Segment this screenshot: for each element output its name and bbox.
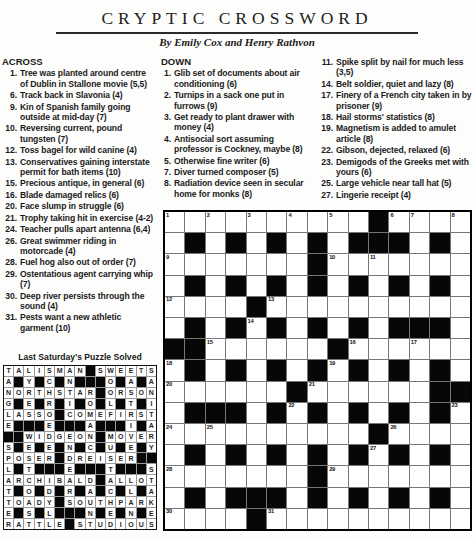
clue-number: 22. xyxy=(318,145,333,155)
black-cell xyxy=(308,466,327,486)
grid-cell[interactable] xyxy=(247,360,266,380)
solved-letter-cell: C xyxy=(45,377,54,387)
clue-text: Face slump in struggle (6) xyxy=(20,201,155,211)
grid-cell[interactable]: 30 xyxy=(165,509,184,529)
black-cell xyxy=(369,233,388,253)
cell-number: 11 xyxy=(370,254,376,260)
solved-letter-cell: H xyxy=(106,497,115,507)
solved-letter-cell: Y xyxy=(24,377,33,387)
cell-number: 21 xyxy=(309,381,315,387)
grid-cell[interactable] xyxy=(247,424,266,444)
black-cell xyxy=(96,475,105,485)
grid-cell[interactable] xyxy=(410,276,429,296)
solved-letter-cell: L xyxy=(126,486,135,496)
clue-text: Get ready to plant drawer with money (4) xyxy=(174,112,314,133)
grid-cell[interactable]: 27 xyxy=(369,445,388,465)
grid-cell[interactable]: 16 xyxy=(349,339,368,359)
black-cell xyxy=(96,377,105,387)
grid-cell[interactable] xyxy=(430,339,449,359)
grid-cell[interactable] xyxy=(430,254,449,274)
black-cell xyxy=(14,421,23,431)
grid-cell[interactable]: 13 xyxy=(267,297,286,317)
grid-cell[interactable] xyxy=(308,297,327,317)
grid-cell[interactable] xyxy=(247,403,266,423)
grid-cell[interactable] xyxy=(267,424,286,444)
solved-letter-cell: T xyxy=(96,497,105,507)
black-cell xyxy=(389,276,408,296)
solved-letter-cell: L xyxy=(126,475,135,485)
grid-cell[interactable]: 20 xyxy=(165,382,184,402)
grid-cell[interactable]: 11 xyxy=(369,254,388,274)
clue-number: 11. xyxy=(318,57,333,78)
grid-cell[interactable] xyxy=(410,509,429,529)
grid-cell[interactable] xyxy=(328,297,347,317)
grid-cell[interactable] xyxy=(410,424,429,444)
grid-cell[interactable] xyxy=(247,445,266,465)
grid-cell[interactable] xyxy=(349,382,368,402)
grid-cell[interactable] xyxy=(349,297,368,317)
grid-cell[interactable] xyxy=(389,509,408,529)
clue-text: Trophy taking hit in exercise (4-2) xyxy=(20,213,155,223)
grid-cell[interactable] xyxy=(328,318,347,338)
grid-cell[interactable] xyxy=(226,212,245,232)
grid-cell[interactable] xyxy=(369,297,388,317)
solved-letter-cell: O xyxy=(106,377,115,387)
black-cell xyxy=(226,403,245,423)
black-cell xyxy=(389,233,408,253)
grid-cell[interactable] xyxy=(349,254,368,274)
clue-number: 6. xyxy=(2,90,17,100)
grid-cell[interactable] xyxy=(349,509,368,529)
solved-letter-cell: C xyxy=(106,486,115,496)
black-cell xyxy=(14,432,23,442)
grid-cell[interactable] xyxy=(287,276,306,296)
grid-cell[interactable] xyxy=(247,233,266,253)
clue-text: Toss bagel for wild canine (4) xyxy=(20,145,155,155)
grid-cell[interactable]: 6 xyxy=(389,212,408,232)
grid-cell[interactable] xyxy=(328,403,347,423)
grid-cell[interactable] xyxy=(308,212,327,232)
grid-cell[interactable] xyxy=(389,297,408,317)
black-cell xyxy=(116,486,125,496)
grid-cell[interactable] xyxy=(226,466,245,486)
black-cell xyxy=(14,464,23,474)
clue: 13.Conservatives gaining interstate perm… xyxy=(2,157,155,178)
black-cell xyxy=(137,443,146,453)
grid-cell[interactable] xyxy=(185,254,204,274)
grid-cell[interactable] xyxy=(328,276,347,296)
black-cell xyxy=(55,453,64,463)
grid-cell[interactable] xyxy=(185,382,204,402)
solved-letter-cell: D xyxy=(45,486,54,496)
grid-cell[interactable] xyxy=(430,212,449,232)
grid-cell[interactable] xyxy=(369,509,388,529)
solved-letter-cell: S xyxy=(106,453,115,463)
clue-text: Lingerie receipt (4) xyxy=(336,190,472,200)
black-cell xyxy=(308,360,327,380)
grid-cell[interactable] xyxy=(165,276,184,296)
solved-letter-cell: I xyxy=(116,410,125,420)
black-cell xyxy=(267,233,286,253)
solved-letter-cell: N xyxy=(147,388,156,398)
black-cell xyxy=(349,488,368,508)
clue-number: 1. xyxy=(161,68,171,89)
grid-cell[interactable] xyxy=(410,488,429,508)
grid-cell[interactable] xyxy=(451,488,470,508)
grid-cell[interactable] xyxy=(206,318,225,338)
solved-letter-cell: N xyxy=(86,508,95,518)
cell-number: 6 xyxy=(390,212,393,218)
black-cell xyxy=(75,486,84,496)
black-cell xyxy=(147,453,156,463)
grid-cell[interactable] xyxy=(267,254,286,274)
clue-number: 8. xyxy=(161,178,171,199)
solved-letter-cell: S xyxy=(45,366,54,376)
grid-cell[interactable] xyxy=(369,466,388,486)
black-cell xyxy=(389,360,408,380)
black-cell xyxy=(75,399,84,409)
grid-cell[interactable] xyxy=(165,488,184,508)
grid-cell[interactable] xyxy=(287,488,306,508)
grid-cell[interactable] xyxy=(247,254,266,274)
grid-cell[interactable] xyxy=(430,297,449,317)
grid-cell[interactable] xyxy=(451,233,470,253)
clue: 5.Otherwise fine writer (6) xyxy=(161,156,314,166)
grid-cell[interactable] xyxy=(451,466,470,486)
solved-letter-cell: L xyxy=(106,399,115,409)
grid-cell[interactable] xyxy=(206,254,225,274)
grid-cell[interactable] xyxy=(226,382,245,402)
black-cell xyxy=(389,445,408,465)
grid-cell[interactable] xyxy=(287,339,306,359)
clue-text: Demigods of the Greeks met with yours (6… xyxy=(336,157,472,178)
grid-cell[interactable] xyxy=(226,509,245,529)
clue-text: Track back in Slavonia (4) xyxy=(20,90,155,100)
black-cell xyxy=(185,318,204,338)
grid-cell[interactable] xyxy=(451,276,470,296)
grid-cell[interactable] xyxy=(451,445,470,465)
cell-number: 16 xyxy=(350,339,356,345)
solved-letter-cell: S xyxy=(137,410,146,420)
black-cell xyxy=(116,399,125,409)
grid-cell[interactable] xyxy=(267,212,286,232)
grid-cell[interactable]: 3 xyxy=(247,212,266,232)
grid-cell[interactable] xyxy=(451,424,470,444)
grid-cell[interactable] xyxy=(206,297,225,317)
grid-cell[interactable] xyxy=(267,466,286,486)
grid-cell[interactable]: 31 xyxy=(267,509,286,529)
black-cell xyxy=(137,464,146,474)
grid-cell[interactable] xyxy=(308,424,327,444)
grid-cell[interactable] xyxy=(451,318,470,338)
solved-letter-cell: E xyxy=(65,432,74,442)
clue-number: 29. xyxy=(2,269,17,290)
solved-letter-cell: O xyxy=(106,388,115,398)
grid-cell[interactable] xyxy=(451,297,470,317)
clue-number: 10. xyxy=(2,123,17,144)
black-cell xyxy=(267,403,286,423)
grid-cell[interactable] xyxy=(165,445,184,465)
solved-letter-cell: A xyxy=(65,475,74,485)
grid-cell[interactable] xyxy=(267,339,286,359)
grid-cell[interactable]: 28 xyxy=(165,466,184,486)
last-saturday-solved-grid: TALISMANSWEETSAYCNOAANORTHSTARORSONGERIO… xyxy=(3,365,157,530)
grid-cell[interactable] xyxy=(410,254,429,274)
black-cell xyxy=(308,488,327,508)
clue-text: Blade damaged relics (6) xyxy=(20,190,155,200)
black-cell xyxy=(116,421,125,431)
grid-cell[interactable]: 5 xyxy=(328,212,347,232)
grid-cell[interactable]: 18 xyxy=(165,360,184,380)
clue-text: Hail storms' statistics (8) xyxy=(336,112,472,122)
grid-cell[interactable] xyxy=(308,509,327,529)
grid-cell[interactable] xyxy=(430,509,449,529)
grid-cell[interactable]: 22 xyxy=(287,403,306,423)
grid-cell[interactable] xyxy=(389,466,408,486)
grid-cell[interactable] xyxy=(206,509,225,529)
solved-letter-cell: T xyxy=(147,410,156,420)
clue-text: Belt soldier, quiet and lazy (8) xyxy=(336,79,472,89)
grid-cell[interactable] xyxy=(247,466,266,486)
solved-letter-cell: L xyxy=(24,366,33,376)
solved-letter-cell: O xyxy=(14,497,23,507)
clue-text: Radiation device seen in secular home fo… xyxy=(174,178,314,199)
clue: 14.Belt soldier, quiet and lazy (8) xyxy=(318,79,472,89)
clue: 21.Trophy taking hit in exercise (4-2) xyxy=(2,213,155,223)
grid-cell[interactable] xyxy=(185,297,204,317)
grid-cell[interactable] xyxy=(328,488,347,508)
solved-letter-cell: A xyxy=(86,421,95,431)
clue: 28.Fuel hog also out of order (7) xyxy=(2,257,155,267)
grid-cell[interactable]: 12 xyxy=(165,297,184,317)
solved-letter-cell: O xyxy=(45,410,54,420)
grid-cell[interactable] xyxy=(410,382,429,402)
grid-cell[interactable] xyxy=(328,233,347,253)
grid-cell[interactable]: 4 xyxy=(287,212,306,232)
grid-cell[interactable] xyxy=(349,466,368,486)
solved-letter-cell: T xyxy=(137,366,146,376)
grid-cell[interactable] xyxy=(369,339,388,359)
grid-cell[interactable] xyxy=(389,339,408,359)
grid-cell[interactable] xyxy=(369,360,388,380)
grid-cell[interactable]: 15 xyxy=(206,339,225,359)
grid-cell[interactable] xyxy=(206,382,225,402)
solved-letter-cell: E xyxy=(126,443,135,453)
solved-letter-cell: U xyxy=(106,443,115,453)
solved-letter-cell: A xyxy=(14,366,23,376)
black-cell xyxy=(308,233,327,253)
newspaper-cryptic-crossword-page: { "game": "cryptic crossword (15x15 bloc… xyxy=(0,0,474,541)
grid-cell[interactable] xyxy=(410,466,429,486)
grid-cell[interactable] xyxy=(328,445,347,465)
grid-cell[interactable] xyxy=(410,233,429,253)
grid-cell[interactable]: 29 xyxy=(328,466,347,486)
grid-cell[interactable] xyxy=(369,318,388,338)
solved-letter-cell: S xyxy=(65,497,74,507)
grid-cell[interactable] xyxy=(328,424,347,444)
grid-cell[interactable] xyxy=(165,233,184,253)
solved-letter-cell: T xyxy=(24,464,33,474)
grid-cell[interactable] xyxy=(451,360,470,380)
black-cell xyxy=(430,403,449,423)
grid-cell[interactable] xyxy=(185,466,204,486)
solved-letter-cell: R xyxy=(4,519,13,529)
clue: 2.Turnips in a sack one put in furrows (… xyxy=(161,90,314,111)
grid-cell[interactable] xyxy=(247,276,266,296)
grid-cell[interactable] xyxy=(287,233,306,253)
solved-letter-cell: A xyxy=(147,421,156,431)
grid-cell[interactable] xyxy=(287,318,306,338)
solved-letter-cell: E xyxy=(35,453,44,463)
grid-cell[interactable] xyxy=(410,360,429,380)
grid-cell[interactable] xyxy=(451,254,470,274)
solved-letter-cell: R xyxy=(24,388,33,398)
down-clue-list: 1.Glib set of documents about air condit… xyxy=(161,68,314,199)
black-cell xyxy=(55,421,64,431)
grid-cell[interactable] xyxy=(206,466,225,486)
cell-number: 9 xyxy=(166,254,169,260)
clue-text: Conservatives gaining interstate permit … xyxy=(20,157,155,178)
solved-letter-cell: T xyxy=(106,464,115,474)
grid-cell[interactable] xyxy=(165,318,184,338)
black-cell xyxy=(389,488,408,508)
grid-cell[interactable]: 19 xyxy=(328,360,347,380)
grid-cell[interactable] xyxy=(226,297,245,317)
grid-cell[interactable]: 10 xyxy=(328,254,347,274)
grid-cell[interactable] xyxy=(369,382,388,402)
solved-letter-cell: A xyxy=(126,377,135,387)
solved-letter-cell: E xyxy=(24,399,33,409)
grid-cell[interactable] xyxy=(165,403,184,423)
black-cell xyxy=(35,377,44,387)
grid-cell[interactable] xyxy=(185,509,204,529)
clue-text: Gibson, dejected, relaxed (6) xyxy=(336,145,472,155)
grid-cell[interactable]: 8 xyxy=(451,212,470,232)
clue-number: 9. xyxy=(2,102,17,123)
grid-cell[interactable]: 7 xyxy=(410,212,429,232)
cell-number: 20 xyxy=(166,381,172,387)
clue: 7.Diver turned composer (5) xyxy=(161,167,314,177)
cell-number: 2 xyxy=(207,212,210,218)
solved-letter-cell: S xyxy=(126,388,135,398)
grid-cell[interactable] xyxy=(287,445,306,465)
solved-letter-cell: A xyxy=(14,410,23,420)
clue-number: 21. xyxy=(2,213,17,223)
grid-cell[interactable]: 23 xyxy=(451,403,470,423)
grid-cell[interactable] xyxy=(287,360,306,380)
grid-cell[interactable] xyxy=(206,488,225,508)
grid-cell[interactable] xyxy=(247,339,266,359)
clue: 22.Gibson, dejected, relaxed (6) xyxy=(318,145,472,155)
grid-cell[interactable] xyxy=(328,382,347,402)
black-cell xyxy=(137,486,146,496)
solved-letter-cell: N xyxy=(126,508,135,518)
black-cell xyxy=(55,497,64,507)
grid-cell[interactable]: 14 xyxy=(247,318,266,338)
grid-cell[interactable] xyxy=(226,254,245,274)
clue: 1.Glib set of documents about air condit… xyxy=(161,68,314,89)
clue-text: Turnips in a sack one put in furrows (9) xyxy=(174,90,314,111)
grid-cell[interactable] xyxy=(389,382,408,402)
grid-cell[interactable]: 21 xyxy=(308,382,327,402)
grid-cell[interactable] xyxy=(349,424,368,444)
grid-cell[interactable] xyxy=(349,212,368,232)
grid-cell[interactable] xyxy=(206,233,225,253)
black-cell xyxy=(14,443,23,453)
clue-number: 30. xyxy=(2,291,17,312)
black-cell xyxy=(86,377,95,387)
black-cell xyxy=(267,488,286,508)
grid-cell[interactable] xyxy=(328,509,347,529)
solved-letter-cell: G xyxy=(55,432,64,442)
grid-cell[interactable] xyxy=(410,445,429,465)
clue: 23.Demigods of the Greeks met with yours… xyxy=(318,157,472,178)
grid-cell[interactable] xyxy=(430,424,449,444)
grid-cell[interactable] xyxy=(206,276,225,296)
grid-cell[interactable] xyxy=(247,382,266,402)
grid-cell[interactable]: 1 xyxy=(165,212,184,232)
grid-cell[interactable] xyxy=(267,382,286,402)
grid-cell[interactable]: 2 xyxy=(206,212,225,232)
black-cell xyxy=(369,424,388,444)
black-cell xyxy=(267,445,286,465)
grid-cell[interactable]: 17 xyxy=(410,339,429,359)
grid-cell[interactable]: 9 xyxy=(165,254,184,274)
grid-cell[interactable] xyxy=(389,254,408,274)
grid-cell[interactable] xyxy=(226,339,245,359)
black-cell xyxy=(75,377,84,387)
grid-cell[interactable] xyxy=(287,424,306,444)
clue: 17.Finery of a French city taken in by p… xyxy=(318,90,472,111)
grid-cell[interactable] xyxy=(369,403,388,423)
grid-cell[interactable] xyxy=(410,403,429,423)
grid-cell[interactable] xyxy=(287,509,306,529)
grid-cell[interactable] xyxy=(410,297,429,317)
grid-cell[interactable] xyxy=(287,297,306,317)
grid-cell[interactable] xyxy=(287,466,306,486)
clue: 29.Ostentatious agent carrying whip (7) xyxy=(2,269,155,290)
solved-letter-cell: A xyxy=(4,475,13,485)
grid-cell[interactable] xyxy=(451,509,470,529)
cell-number: 8 xyxy=(452,212,455,218)
grid-cell[interactable] xyxy=(369,276,388,296)
page-title: CRYPTIC CROSSWORD xyxy=(0,8,474,29)
grid-cell[interactable] xyxy=(206,360,225,380)
grid-cell[interactable] xyxy=(226,424,245,444)
grid-cell[interactable] xyxy=(206,445,225,465)
solved-letter-cell: S xyxy=(55,388,64,398)
grid-cell[interactable] xyxy=(369,488,388,508)
solved-letter-cell: T xyxy=(126,399,135,409)
grid-cell[interactable] xyxy=(308,339,327,359)
black-cell xyxy=(226,360,245,380)
black-cell xyxy=(226,233,245,253)
black-cell xyxy=(35,421,44,431)
clue-number: 3. xyxy=(161,112,171,133)
grid-cell[interactable] xyxy=(451,339,470,359)
solved-letter-cell: E xyxy=(45,421,54,431)
grid-cell[interactable] xyxy=(185,424,204,444)
grid-cell[interactable]: 24 xyxy=(165,424,184,444)
grid-cell[interactable]: 25 xyxy=(206,424,225,444)
black-cell xyxy=(349,360,368,380)
grid-cell[interactable] xyxy=(185,212,204,232)
grid-cell[interactable]: 26 xyxy=(389,424,408,444)
grid-cell[interactable] xyxy=(430,466,449,486)
grid-cell[interactable] xyxy=(287,254,306,274)
black-cell xyxy=(206,403,225,423)
black-cell xyxy=(35,486,44,496)
